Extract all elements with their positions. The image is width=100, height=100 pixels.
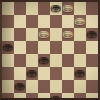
board-frame xyxy=(0,0,100,100)
checkers-board-photo: ⛂⛂⛂⛂⛂⛂⛂⛂⛂⛂⛂⛂ xyxy=(0,0,100,100)
